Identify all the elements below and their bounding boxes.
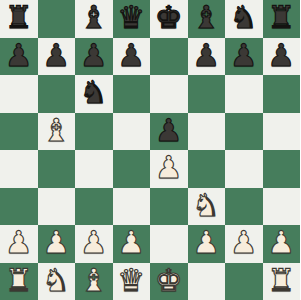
square-e2[interactable] [150, 225, 188, 263]
square-f7[interactable]: ♟ [188, 38, 226, 76]
piece-black-pawn[interactable]: ♟ [192, 40, 220, 71]
square-g3[interactable] [225, 188, 263, 226]
square-g6[interactable] [225, 75, 263, 113]
square-d2[interactable]: ♟ [113, 225, 151, 263]
piece-white-pawn[interactable]: ♟ [192, 227, 220, 258]
square-e7[interactable] [150, 38, 188, 76]
square-f6[interactable] [188, 75, 226, 113]
square-h5[interactable] [263, 113, 301, 151]
piece-white-pawn[interactable]: ♟ [155, 152, 183, 183]
square-e8[interactable]: ♚ [150, 0, 188, 38]
piece-black-rook[interactable]: ♜ [267, 2, 295, 33]
piece-black-rook[interactable]: ♜ [5, 2, 33, 33]
square-h8[interactable]: ♜ [263, 0, 301, 38]
square-d8[interactable]: ♛ [113, 0, 151, 38]
piece-black-knight[interactable]: ♞ [230, 2, 258, 33]
piece-white-rook[interactable]: ♜ [5, 265, 33, 296]
square-b8[interactable] [38, 0, 76, 38]
piece-black-king[interactable]: ♚ [155, 2, 183, 33]
piece-white-rook[interactable]: ♜ [267, 265, 295, 296]
square-g1[interactable] [225, 263, 263, 300]
square-b2[interactable]: ♟ [38, 225, 76, 263]
square-h1[interactable]: ♜ [263, 263, 301, 300]
square-f1[interactable] [188, 263, 226, 300]
square-h7[interactable]: ♟ [263, 38, 301, 76]
piece-black-pawn[interactable]: ♟ [117, 40, 145, 71]
square-b4[interactable] [38, 150, 76, 188]
piece-black-pawn[interactable]: ♟ [230, 40, 258, 71]
piece-white-knight[interactable]: ♞ [42, 265, 70, 296]
piece-white-pawn[interactable]: ♟ [5, 227, 33, 258]
piece-black-queen[interactable]: ♛ [117, 2, 145, 33]
square-h6[interactable] [263, 75, 301, 113]
square-g8[interactable]: ♞ [225, 0, 263, 38]
square-c7[interactable]: ♟ [75, 38, 113, 76]
square-f2[interactable]: ♟ [188, 225, 226, 263]
piece-white-knight[interactable]: ♞ [192, 190, 220, 221]
square-a3[interactable] [0, 188, 38, 226]
square-e1[interactable]: ♚ [150, 263, 188, 300]
square-h2[interactable]: ♟ [263, 225, 301, 263]
square-c6[interactable]: ♞ [75, 75, 113, 113]
square-d1[interactable]: ♛ [113, 263, 151, 300]
square-f4[interactable] [188, 150, 226, 188]
piece-black-pawn[interactable]: ♟ [5, 40, 33, 71]
piece-black-bishop[interactable]: ♝ [80, 2, 108, 33]
square-a4[interactable] [0, 150, 38, 188]
square-b1[interactable]: ♞ [38, 263, 76, 300]
square-c2[interactable]: ♟ [75, 225, 113, 263]
piece-black-pawn[interactable]: ♟ [267, 40, 295, 71]
square-f8[interactable]: ♝ [188, 0, 226, 38]
piece-white-pawn[interactable]: ♟ [80, 227, 108, 258]
square-h3[interactable] [263, 188, 301, 226]
piece-white-queen[interactable]: ♛ [117, 265, 145, 296]
square-g5[interactable] [225, 113, 263, 151]
piece-white-pawn[interactable]: ♟ [267, 227, 295, 258]
square-g2[interactable]: ♟ [225, 225, 263, 263]
square-a1[interactable]: ♜ [0, 263, 38, 300]
square-d7[interactable]: ♟ [113, 38, 151, 76]
square-f3[interactable]: ♞ [188, 188, 226, 226]
piece-black-pawn[interactable]: ♟ [80, 40, 108, 71]
square-d5[interactable] [113, 113, 151, 151]
piece-black-pawn[interactable]: ♟ [42, 40, 70, 71]
piece-white-king[interactable]: ♚ [155, 265, 183, 296]
square-a7[interactable]: ♟ [0, 38, 38, 76]
square-e4[interactable]: ♟ [150, 150, 188, 188]
piece-black-knight[interactable]: ♞ [80, 77, 108, 108]
square-f5[interactable] [188, 113, 226, 151]
square-b5[interactable]: ♝ [38, 113, 76, 151]
square-h4[interactable] [263, 150, 301, 188]
square-a6[interactable] [0, 75, 38, 113]
square-e5[interactable]: ♟ [150, 113, 188, 151]
square-g4[interactable] [225, 150, 263, 188]
square-d3[interactable] [113, 188, 151, 226]
piece-black-bishop[interactable]: ♝ [192, 2, 220, 33]
square-e6[interactable] [150, 75, 188, 113]
piece-white-pawn[interactable]: ♟ [117, 227, 145, 258]
square-c8[interactable]: ♝ [75, 0, 113, 38]
square-b7[interactable]: ♟ [38, 38, 76, 76]
square-a5[interactable] [0, 113, 38, 151]
square-d6[interactable] [113, 75, 151, 113]
square-c4[interactable] [75, 150, 113, 188]
piece-white-pawn[interactable]: ♟ [42, 227, 70, 258]
square-g7[interactable]: ♟ [225, 38, 263, 76]
square-e3[interactable] [150, 188, 188, 226]
square-c1[interactable]: ♝ [75, 263, 113, 300]
piece-white-bishop[interactable]: ♝ [80, 265, 108, 296]
piece-black-pawn[interactable]: ♟ [155, 115, 183, 146]
square-a8[interactable]: ♜ [0, 0, 38, 38]
square-c3[interactable] [75, 188, 113, 226]
square-a2[interactable]: ♟ [0, 225, 38, 263]
piece-white-bishop[interactable]: ♝ [42, 115, 70, 146]
chess-board: ♜♝♛♚♝♞♜♟♟♟♟♟♟♟♞♝♟♟♞♟♟♟♟♟♟♟♜♞♝♛♚♜ [0, 0, 300, 300]
square-b3[interactable] [38, 188, 76, 226]
square-c5[interactable] [75, 113, 113, 151]
square-b6[interactable] [38, 75, 76, 113]
piece-white-pawn[interactable]: ♟ [230, 227, 258, 258]
square-d4[interactable] [113, 150, 151, 188]
